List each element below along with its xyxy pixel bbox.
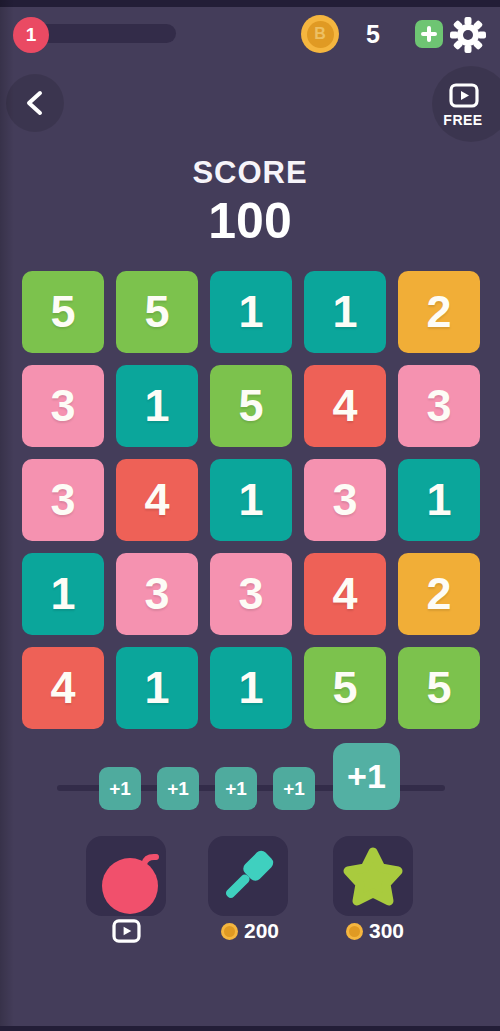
grid-tile[interactable]: 5 [22,271,104,353]
bomb-cost-ad [86,919,166,943]
add-coins-button[interactable] [415,20,443,48]
grid-tile[interactable]: 5 [398,647,480,729]
coin-inner: B [307,21,334,48]
level-progress-bar [28,24,176,43]
video-ad-icon [449,83,479,108]
bomb-powerup-button[interactable] [86,836,166,916]
hammer-cost-value: 200 [244,919,279,943]
game-screen: 1 B 5 [0,0,500,1031]
grid-tile[interactable]: 2 [398,553,480,635]
coin-count: 5 [355,20,391,49]
bomb-icon [86,836,166,916]
coin-icon [346,923,363,940]
star-cost: 300 [333,919,417,943]
queue-small-tile: +1 [273,767,315,810]
queue-next-tile[interactable]: +1 [333,743,400,810]
hammer-cost: 200 [208,919,292,943]
grid-tile[interactable]: 1 [22,553,104,635]
star-powerup-button[interactable] [333,836,413,916]
queue-upcoming: +1+1+1+1 [99,767,315,810]
grid-tile[interactable]: 4 [304,365,386,447]
score-label: SCORE [0,155,500,191]
grid-tile[interactable]: 1 [210,459,292,541]
grid-tile[interactable]: 3 [210,553,292,635]
star-icon [341,844,405,908]
free-label: FREE [432,112,494,128]
board-grid: 5511231543341311334241155 [22,271,480,729]
grid-tile[interactable]: 4 [116,459,198,541]
chevron-left-icon [22,88,48,118]
grid-tile[interactable]: 3 [22,459,104,541]
grid-tile[interactable]: 4 [304,553,386,635]
grid-tile[interactable]: 1 [210,647,292,729]
top-letterbox [0,0,500,7]
grid-tile[interactable]: 5 [210,365,292,447]
grid-tile[interactable]: 5 [116,271,198,353]
bottom-letterbox [0,1026,500,1031]
settings-button[interactable] [448,15,488,55]
hammer-icon [217,845,279,907]
queue-small-tile: +1 [157,767,199,810]
back-button[interactable] [6,74,64,132]
grid-tile[interactable]: 3 [304,459,386,541]
grid-tile[interactable]: 1 [304,271,386,353]
coin-icon [221,923,238,940]
level-badge: 1 [13,17,49,53]
grid-tile[interactable]: 4 [22,647,104,729]
grid-tile[interactable]: 3 [116,553,198,635]
grid-tile[interactable]: 5 [304,647,386,729]
score-value: 100 [0,192,500,250]
video-ad-icon [112,919,141,943]
grid-tile[interactable]: 1 [398,459,480,541]
grid-tile[interactable]: 1 [116,365,198,447]
queue-small-tile: +1 [215,767,257,810]
star-cost-value: 300 [369,919,404,943]
gear-icon [448,15,488,55]
grid-tile[interactable]: 3 [398,365,480,447]
hammer-powerup-button[interactable] [208,836,288,916]
grid-tile[interactable]: 2 [398,271,480,353]
grid-tile[interactable]: 3 [22,365,104,447]
grid-tile[interactable]: 1 [116,647,198,729]
coin-icon: B [301,15,339,53]
queue-small-tile: +1 [99,767,141,810]
grid-tile[interactable]: 1 [210,271,292,353]
free-reward-video-button[interactable]: FREE [432,66,500,142]
